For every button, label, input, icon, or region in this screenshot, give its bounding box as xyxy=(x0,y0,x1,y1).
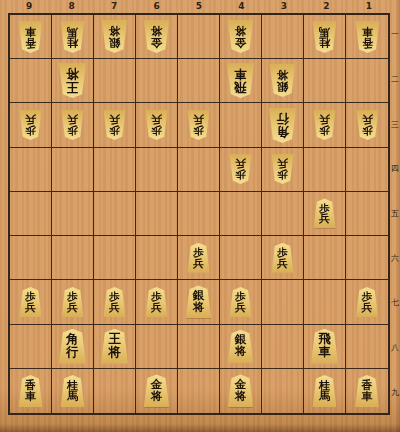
piece-kanji: 金 xyxy=(235,37,247,49)
square-3-9[interactable] xyxy=(262,369,304,413)
piece-kanji: 将 xyxy=(193,302,205,314)
piece-kanji: 兵 xyxy=(277,159,288,170)
file-label-3: 3 xyxy=(263,0,305,13)
gote-飛車-piece[interactable]: 飛車 xyxy=(225,63,256,98)
square-5-1[interactable] xyxy=(178,15,220,59)
square-2-9[interactable]: 桂馬 xyxy=(304,369,346,413)
gote-歩兵-piece[interactable]: 歩兵 xyxy=(102,110,127,140)
square-1-1[interactable]: 香車 xyxy=(346,15,388,59)
piece-kanji: 行 xyxy=(66,346,79,359)
square-2-4[interactable] xyxy=(304,148,346,192)
square-5-3[interactable]: 歩兵 xyxy=(178,103,220,147)
file-label-4: 4 xyxy=(220,0,262,13)
gote-歩兵-piece[interactable]: 歩兵 xyxy=(60,110,85,140)
sente-歩兵-piece[interactable]: 歩兵 xyxy=(312,198,337,228)
square-3-6[interactable]: 歩兵 xyxy=(262,236,304,280)
sente-香車-piece[interactable]: 香車 xyxy=(354,375,381,407)
sente-金将-piece[interactable]: 金将 xyxy=(142,374,171,407)
piece-kanji: 馬 xyxy=(67,25,78,36)
piece-kanji: 車 xyxy=(362,391,373,402)
gote-銀将-piece[interactable]: 銀将 xyxy=(268,64,297,97)
piece-kanji: 兵 xyxy=(25,302,36,313)
piece-kanji: 歩 xyxy=(277,169,288,180)
bottom-edge-shade xyxy=(0,424,400,432)
sente-歩兵-piece[interactable]: 歩兵 xyxy=(144,287,169,317)
square-9-8[interactable] xyxy=(10,325,52,369)
file-label-2: 2 xyxy=(305,0,347,13)
piece-kanji: 将 xyxy=(108,346,121,359)
piece-kanji: 歩 xyxy=(25,125,36,136)
piece-kanji: 将 xyxy=(66,68,79,81)
square-4-7[interactable]: 歩兵 xyxy=(220,280,262,324)
square-7-7[interactable]: 歩兵 xyxy=(94,280,136,324)
square-7-5[interactable] xyxy=(94,192,136,236)
square-7-9[interactable] xyxy=(94,369,136,413)
gote-桂馬-piece[interactable]: 桂馬 xyxy=(59,21,86,53)
square-8-4[interactable] xyxy=(52,148,94,192)
sente-歩兵-piece[interactable]: 歩兵 xyxy=(228,287,253,317)
gote-金将-piece[interactable]: 金将 xyxy=(226,20,255,53)
square-6-5[interactable] xyxy=(136,192,178,236)
sente-角行-piece[interactable]: 角行 xyxy=(57,329,88,364)
piece-kanji: 兵 xyxy=(151,114,162,125)
gote-歩兵-piece[interactable]: 歩兵 xyxy=(270,154,295,184)
sente-桂馬-piece[interactable]: 桂馬 xyxy=(59,375,86,407)
square-9-1[interactable]: 香車 xyxy=(10,15,52,59)
file-labels: 987654321 xyxy=(8,0,390,13)
square-4-8[interactable]: 銀将 xyxy=(220,325,262,369)
square-9-2[interactable] xyxy=(10,59,52,103)
gote-桂馬-piece[interactable]: 桂馬 xyxy=(311,21,338,53)
piece-kanji: 歩 xyxy=(109,125,120,136)
square-8-8[interactable]: 角行 xyxy=(52,325,94,369)
square-2-1[interactable]: 桂馬 xyxy=(304,15,346,59)
file-label-8: 8 xyxy=(50,0,92,13)
square-3-1[interactable] xyxy=(262,15,304,59)
piece-kanji: 桂 xyxy=(319,37,330,48)
square-6-6[interactable] xyxy=(136,236,178,280)
rank-labels: 一二三四五六七八九 xyxy=(390,13,400,415)
square-5-9[interactable] xyxy=(178,369,220,413)
square-2-5[interactable]: 歩兵 xyxy=(304,192,346,236)
piece-kanji: 兵 xyxy=(235,302,246,313)
piece-kanji: 歩 xyxy=(151,125,162,136)
gote-香車-piece[interactable]: 香車 xyxy=(17,21,44,53)
square-4-5[interactable] xyxy=(220,192,262,236)
file-label-7: 7 xyxy=(93,0,135,13)
sente-飛車-piece[interactable]: 飛車 xyxy=(309,329,340,364)
gote-角行-piece[interactable]: 角行 xyxy=(267,108,298,143)
gote-歩兵-piece[interactable]: 歩兵 xyxy=(186,110,211,140)
square-1-7[interactable]: 歩兵 xyxy=(346,280,388,324)
piece-kanji: 車 xyxy=(234,68,247,81)
piece-kanji: 歩 xyxy=(193,125,204,136)
piece-kanji: 兵 xyxy=(25,114,36,125)
square-1-2[interactable] xyxy=(346,59,388,103)
piece-kanji: 馬 xyxy=(67,391,78,402)
piece-kanji: 車 xyxy=(25,391,36,402)
square-9-4[interactable] xyxy=(10,148,52,192)
shogi-board: 香車桂馬銀将金将金将桂馬香車王将飛車銀将歩兵歩兵歩兵歩兵歩兵角行歩兵歩兵歩兵歩兵… xyxy=(8,13,390,415)
sente-桂馬-piece[interactable]: 桂馬 xyxy=(311,375,338,407)
square-8-1[interactable]: 桂馬 xyxy=(52,15,94,59)
file-label-1: 1 xyxy=(348,0,390,13)
piece-kanji: 兵 xyxy=(109,302,120,313)
square-2-2[interactable] xyxy=(304,59,346,103)
rank-label-5: 五 xyxy=(390,192,400,237)
piece-kanji: 将 xyxy=(235,391,247,403)
sente-王将-piece[interactable]: 王将 xyxy=(99,329,130,364)
piece-kanji: 兵 xyxy=(362,114,373,125)
sente-歩兵-piece[interactable]: 歩兵 xyxy=(60,287,85,317)
square-1-4[interactable] xyxy=(346,148,388,192)
square-9-6[interactable] xyxy=(10,236,52,280)
square-6-4[interactable] xyxy=(136,148,178,192)
gote-歩兵-piece[interactable]: 歩兵 xyxy=(144,110,169,140)
rank-label-1: 一 xyxy=(390,13,400,58)
square-6-3[interactable]: 歩兵 xyxy=(136,103,178,147)
piece-kanji: 兵 xyxy=(193,114,204,125)
piece-kanji: 車 xyxy=(362,25,373,36)
square-5-2[interactable] xyxy=(178,59,220,103)
gote-歩兵-piece[interactable]: 歩兵 xyxy=(18,110,43,140)
square-7-1[interactable]: 銀将 xyxy=(94,15,136,59)
piece-kanji: 兵 xyxy=(109,114,120,125)
square-5-4[interactable] xyxy=(178,148,220,192)
piece-kanji: 金 xyxy=(151,37,163,49)
piece-kanji: 桂 xyxy=(67,37,78,48)
piece-kanji: 王 xyxy=(66,81,79,94)
square-9-9[interactable]: 香車 xyxy=(10,369,52,413)
square-9-3[interactable]: 歩兵 xyxy=(10,103,52,147)
sente-歩兵-piece[interactable]: 歩兵 xyxy=(102,287,127,317)
square-1-5[interactable] xyxy=(346,192,388,236)
shogi-board-screenshot: 987654321 一二三四五六七八九 香車桂馬銀将金将金将桂馬香車王将飛車銀将… xyxy=(0,0,400,432)
piece-kanji: 車 xyxy=(25,25,36,36)
gote-歩兵-piece[interactable]: 歩兵 xyxy=(312,110,337,140)
gote-王将-piece[interactable]: 王将 xyxy=(57,63,88,98)
square-7-3[interactable]: 歩兵 xyxy=(94,103,136,147)
piece-kanji: 将 xyxy=(235,25,247,37)
sente-歩兵-piece[interactable]: 歩兵 xyxy=(18,287,43,317)
square-6-1[interactable]: 金将 xyxy=(136,15,178,59)
square-2-8[interactable]: 飛車 xyxy=(304,325,346,369)
square-7-6[interactable] xyxy=(94,236,136,280)
square-2-7[interactable] xyxy=(304,280,346,324)
square-7-2[interactable] xyxy=(94,59,136,103)
square-3-5[interactable] xyxy=(262,192,304,236)
rank-label-6: 六 xyxy=(390,236,400,281)
sente-金将-piece[interactable]: 金将 xyxy=(226,374,255,407)
piece-kanji: 兵 xyxy=(319,114,330,125)
piece-kanji: 兵 xyxy=(277,258,288,269)
square-4-9[interactable]: 金将 xyxy=(220,369,262,413)
square-2-3[interactable]: 歩兵 xyxy=(304,103,346,147)
square-5-8[interactable] xyxy=(178,325,220,369)
square-5-7[interactable]: 銀将 xyxy=(178,280,220,324)
square-7-4[interactable] xyxy=(94,148,136,192)
square-6-7[interactable]: 歩兵 xyxy=(136,280,178,324)
piece-kanji: 銀 xyxy=(277,81,289,93)
square-4-3[interactable] xyxy=(220,103,262,147)
piece-kanji: 香 xyxy=(25,37,36,48)
sente-銀将-piece[interactable]: 銀将 xyxy=(184,285,213,318)
square-5-6[interactable]: 歩兵 xyxy=(178,236,220,280)
file-label-5: 5 xyxy=(178,0,220,13)
square-4-6[interactable] xyxy=(220,236,262,280)
square-8-9[interactable]: 桂馬 xyxy=(52,369,94,413)
rank-label-3: 三 xyxy=(390,102,400,147)
square-6-8[interactable] xyxy=(136,325,178,369)
square-1-9[interactable]: 香車 xyxy=(346,369,388,413)
rank-label-7: 七 xyxy=(390,281,400,326)
square-3-7[interactable] xyxy=(262,280,304,324)
piece-kanji: 銀 xyxy=(109,37,121,49)
gote-金将-piece[interactable]: 金将 xyxy=(142,20,171,53)
rank-label-2: 二 xyxy=(390,58,400,103)
file-label-6: 6 xyxy=(135,0,177,13)
sente-歩兵-piece[interactable]: 歩兵 xyxy=(355,287,380,317)
piece-kanji: 将 xyxy=(151,391,163,403)
piece-kanji: 兵 xyxy=(67,302,78,313)
file-label-9: 9 xyxy=(8,0,50,13)
piece-kanji: 歩 xyxy=(362,125,373,136)
gote-歩兵-piece[interactable]: 歩兵 xyxy=(355,110,380,140)
piece-kanji: 将 xyxy=(151,25,163,37)
piece-kanji: 将 xyxy=(235,346,247,358)
piece-kanji: 香 xyxy=(362,37,373,48)
square-4-1[interactable]: 金将 xyxy=(220,15,262,59)
piece-kanji: 将 xyxy=(277,69,289,81)
sente-香車-piece[interactable]: 香車 xyxy=(17,375,44,407)
sente-銀将-piece[interactable]: 銀将 xyxy=(226,330,255,363)
sente-歩兵-piece[interactable]: 歩兵 xyxy=(270,243,295,273)
square-1-6[interactable] xyxy=(346,236,388,280)
square-1-8[interactable] xyxy=(346,325,388,369)
piece-kanji: 歩 xyxy=(67,125,78,136)
rank-label-9: 九 xyxy=(390,370,400,415)
rank-label-4: 四 xyxy=(390,147,400,192)
square-6-9[interactable]: 金将 xyxy=(136,369,178,413)
gote-歩兵-piece[interactable]: 歩兵 xyxy=(228,154,253,184)
square-7-8[interactable]: 王将 xyxy=(94,325,136,369)
piece-kanji: 歩 xyxy=(319,125,330,136)
square-4-4[interactable]: 歩兵 xyxy=(220,148,262,192)
square-8-3[interactable]: 歩兵 xyxy=(52,103,94,147)
square-8-5[interactable] xyxy=(52,192,94,236)
piece-kanji: 行 xyxy=(276,112,289,125)
piece-kanji: 車 xyxy=(318,346,331,359)
square-9-7[interactable]: 歩兵 xyxy=(10,280,52,324)
square-3-2[interactable]: 銀将 xyxy=(262,59,304,103)
square-3-4[interactable]: 歩兵 xyxy=(262,148,304,192)
square-6-2[interactable] xyxy=(136,59,178,103)
piece-kanji: 兵 xyxy=(319,213,330,224)
square-8-7[interactable]: 歩兵 xyxy=(52,280,94,324)
sente-歩兵-piece[interactable]: 歩兵 xyxy=(186,243,211,273)
piece-kanji: 兵 xyxy=(67,114,78,125)
gote-銀将-piece[interactable]: 銀将 xyxy=(100,20,129,53)
piece-kanji: 飛 xyxy=(234,81,247,94)
square-8-2[interactable]: 王将 xyxy=(52,59,94,103)
square-2-6[interactable] xyxy=(304,236,346,280)
square-3-3[interactable]: 角行 xyxy=(262,103,304,147)
gote-香車-piece[interactable]: 香車 xyxy=(354,21,381,53)
piece-kanji: 兵 xyxy=(235,159,246,170)
piece-kanji: 兵 xyxy=(362,302,373,313)
square-4-2[interactable]: 飛車 xyxy=(220,59,262,103)
piece-kanji: 馬 xyxy=(319,25,330,36)
square-5-5[interactable] xyxy=(178,192,220,236)
piece-kanji: 歩 xyxy=(235,169,246,180)
square-1-3[interactable]: 歩兵 xyxy=(346,103,388,147)
square-3-8[interactable] xyxy=(262,325,304,369)
square-8-6[interactable] xyxy=(52,236,94,280)
piece-kanji: 兵 xyxy=(151,302,162,313)
piece-kanji: 将 xyxy=(109,25,121,37)
square-9-5[interactable] xyxy=(10,192,52,236)
rank-label-8: 八 xyxy=(390,326,400,371)
piece-kanji: 馬 xyxy=(319,391,330,402)
piece-kanji: 兵 xyxy=(193,258,204,269)
